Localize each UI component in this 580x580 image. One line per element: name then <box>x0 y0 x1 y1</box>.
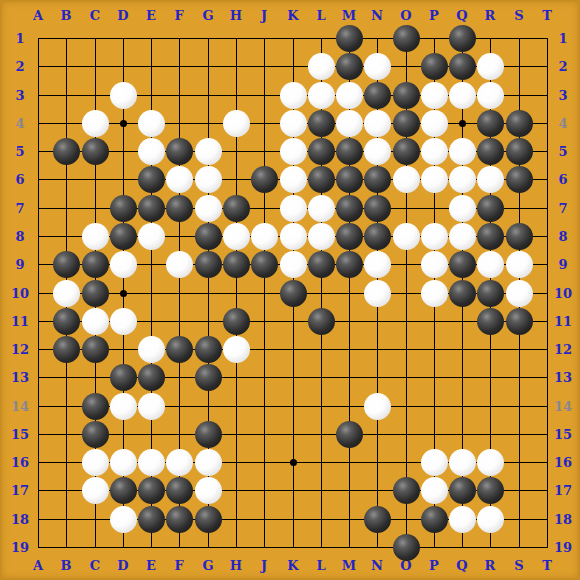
white-stone-E12[interactable] <box>138 336 165 363</box>
white-stone-E16[interactable] <box>138 449 165 476</box>
white-stone-Q6[interactable] <box>449 166 476 193</box>
white-stone-K6[interactable] <box>280 166 307 193</box>
black-stone-C10[interactable] <box>82 280 109 307</box>
row-label-left-4: 4 <box>15 116 24 131</box>
white-stone-Q7[interactable] <box>449 195 476 222</box>
black-stone-D8[interactable] <box>110 223 137 250</box>
white-stone-C4[interactable] <box>82 110 109 137</box>
go-board-window: ABCDEFGHJKLMNOPQRST ABCDEFGHJKLMNOPQRST … <box>0 0 580 580</box>
col-label-bottom-P: P <box>429 558 439 573</box>
col-label-top-R: R <box>485 8 496 23</box>
black-stone-R8[interactable] <box>477 223 504 250</box>
black-stone-R17[interactable] <box>477 477 504 504</box>
row-label-right-6: 6 <box>558 172 567 187</box>
black-stone-R11[interactable] <box>477 308 504 335</box>
black-stone-R4[interactable] <box>477 110 504 137</box>
white-stone-Q18[interactable] <box>449 506 476 533</box>
white-stone-R3[interactable] <box>477 82 504 109</box>
black-stone-B5[interactable] <box>53 138 80 165</box>
white-stone-G6[interactable] <box>195 166 222 193</box>
col-label-top-B: B <box>61 8 72 23</box>
white-stone-D9[interactable] <box>110 251 137 278</box>
black-stone-Q17[interactable] <box>449 477 476 504</box>
col-label-top-D: D <box>117 8 128 23</box>
white-stone-F16[interactable] <box>166 449 193 476</box>
white-stone-H4[interactable] <box>223 110 250 137</box>
white-stone-K3[interactable] <box>280 82 307 109</box>
black-stone-L4[interactable] <box>308 110 335 137</box>
black-stone-Q1[interactable] <box>449 25 476 52</box>
row-label-left-17: 17 <box>11 483 29 498</box>
col-label-bottom-C: C <box>90 558 100 573</box>
row-label-right-14: 14 <box>554 399 572 414</box>
row-label-right-17: 17 <box>554 483 572 498</box>
grid-line-horizontal <box>38 349 548 350</box>
black-stone-E18[interactable] <box>138 506 165 533</box>
row-label-right-12: 12 <box>554 342 572 357</box>
white-stone-H12[interactable] <box>223 336 250 363</box>
black-stone-L9[interactable] <box>308 251 335 278</box>
black-stone-F17[interactable] <box>166 477 193 504</box>
white-stone-D3[interactable] <box>110 82 137 109</box>
white-stone-B10[interactable] <box>53 280 80 307</box>
black-stone-O5[interactable] <box>393 138 420 165</box>
row-label-left-6: 6 <box>15 172 24 187</box>
white-stone-C11[interactable] <box>82 308 109 335</box>
black-stone-E7[interactable] <box>138 195 165 222</box>
black-stone-E17[interactable] <box>138 477 165 504</box>
black-stone-L6[interactable] <box>308 166 335 193</box>
row-label-right-13: 13 <box>554 370 572 385</box>
white-stone-E8[interactable] <box>138 223 165 250</box>
row-label-left-7: 7 <box>15 201 24 216</box>
black-stone-F7[interactable] <box>166 195 193 222</box>
row-label-left-3: 3 <box>15 88 24 103</box>
col-label-bottom-T: T <box>542 558 552 573</box>
black-stone-B11[interactable] <box>53 308 80 335</box>
black-stone-O3[interactable] <box>393 82 420 109</box>
black-stone-M9[interactable] <box>336 251 363 278</box>
white-stone-Q8[interactable] <box>449 223 476 250</box>
col-label-bottom-E: E <box>146 558 156 573</box>
row-label-left-12: 12 <box>11 342 29 357</box>
white-stone-L2[interactable] <box>308 53 335 80</box>
row-label-right-16: 16 <box>554 455 572 470</box>
black-stone-G12[interactable] <box>195 336 222 363</box>
white-stone-L8[interactable] <box>308 223 335 250</box>
white-stone-P4[interactable] <box>421 110 448 137</box>
white-stone-N2[interactable] <box>364 53 391 80</box>
black-stone-E13[interactable] <box>138 364 165 391</box>
white-stone-L3[interactable] <box>308 82 335 109</box>
col-label-bottom-K: K <box>287 558 298 573</box>
white-stone-P6[interactable] <box>421 166 448 193</box>
white-stone-N10[interactable] <box>364 280 391 307</box>
white-stone-N5[interactable] <box>364 138 391 165</box>
black-stone-M6[interactable] <box>336 166 363 193</box>
black-stone-H7[interactable] <box>223 195 250 222</box>
black-stone-Q10[interactable] <box>449 280 476 307</box>
row-label-left-18: 18 <box>11 512 29 527</box>
row-label-left-5: 5 <box>15 144 24 159</box>
row-label-right-4: 4 <box>558 116 567 131</box>
black-stone-L11[interactable] <box>308 308 335 335</box>
black-stone-O19[interactable] <box>393 534 420 561</box>
col-label-bottom-H: H <box>230 558 242 573</box>
black-stone-C5[interactable] <box>82 138 109 165</box>
black-stone-R10[interactable] <box>477 280 504 307</box>
white-stone-M3[interactable] <box>336 82 363 109</box>
white-stone-K8[interactable] <box>280 223 307 250</box>
row-label-right-15: 15 <box>554 427 572 442</box>
white-stone-N4[interactable] <box>364 110 391 137</box>
white-stone-D11[interactable] <box>110 308 137 335</box>
col-label-bottom-M: M <box>342 558 356 573</box>
row-label-right-1: 1 <box>558 31 567 46</box>
col-label-bottom-Q: Q <box>456 558 467 573</box>
star-point-Q4 <box>459 120 466 127</box>
col-label-bottom-B: B <box>61 558 72 573</box>
black-stone-R5[interactable] <box>477 138 504 165</box>
col-label-top-C: C <box>90 8 100 23</box>
white-stone-E4[interactable] <box>138 110 165 137</box>
col-label-top-F: F <box>174 8 183 23</box>
col-label-top-L: L <box>316 8 325 23</box>
row-label-left-10: 10 <box>11 286 29 301</box>
black-stone-J6[interactable] <box>251 166 278 193</box>
white-stone-C16[interactable] <box>82 449 109 476</box>
black-stone-O17[interactable] <box>393 477 420 504</box>
black-stone-B12[interactable] <box>53 336 80 363</box>
white-stone-F9[interactable] <box>166 251 193 278</box>
white-stone-F6[interactable] <box>166 166 193 193</box>
black-stone-N3[interactable] <box>364 82 391 109</box>
black-stone-S8[interactable] <box>506 223 533 250</box>
black-stone-D13[interactable] <box>110 364 137 391</box>
black-stone-F18[interactable] <box>166 506 193 533</box>
col-label-bottom-A: A <box>33 558 43 573</box>
white-stone-Q16[interactable] <box>449 449 476 476</box>
row-label-right-8: 8 <box>558 229 567 244</box>
black-stone-M5[interactable] <box>336 138 363 165</box>
white-stone-N9[interactable] <box>364 251 391 278</box>
white-stone-J8[interactable] <box>251 223 278 250</box>
white-stone-P16[interactable] <box>421 449 448 476</box>
row-label-right-10: 10 <box>554 286 572 301</box>
row-label-left-16: 16 <box>11 455 29 470</box>
black-stone-G15[interactable] <box>195 421 222 448</box>
col-label-bottom-R: R <box>485 558 496 573</box>
row-label-right-2: 2 <box>558 59 567 74</box>
black-stone-H9[interactable] <box>223 251 250 278</box>
row-label-left-9: 9 <box>15 257 24 272</box>
row-label-left-8: 8 <box>15 229 24 244</box>
row-label-left-15: 15 <box>11 427 29 442</box>
white-stone-N14[interactable] <box>364 393 391 420</box>
black-stone-M15[interactable] <box>336 421 363 448</box>
grid-line-vertical <box>547 38 548 548</box>
black-stone-M8[interactable] <box>336 223 363 250</box>
white-stone-D16[interactable] <box>110 449 137 476</box>
white-stone-R6[interactable] <box>477 166 504 193</box>
black-stone-D17[interactable] <box>110 477 137 504</box>
grid-line-horizontal <box>38 434 548 435</box>
col-label-top-K: K <box>287 8 298 23</box>
white-stone-G16[interactable] <box>195 449 222 476</box>
col-label-bottom-N: N <box>371 558 383 573</box>
black-stone-S11[interactable] <box>506 308 533 335</box>
row-label-left-1: 1 <box>15 31 24 46</box>
black-stone-C12[interactable] <box>82 336 109 363</box>
black-stone-L5[interactable] <box>308 138 335 165</box>
black-stone-G18[interactable] <box>195 506 222 533</box>
black-stone-Q9[interactable] <box>449 251 476 278</box>
white-stone-O8[interactable] <box>393 223 420 250</box>
white-stone-D14[interactable] <box>110 393 137 420</box>
white-stone-K5[interactable] <box>280 138 307 165</box>
black-stone-F5[interactable] <box>166 138 193 165</box>
white-stone-P3[interactable] <box>421 82 448 109</box>
col-label-top-N: N <box>371 8 383 23</box>
white-stone-R16[interactable] <box>477 449 504 476</box>
white-stone-G5[interactable] <box>195 138 222 165</box>
white-stone-P10[interactable] <box>421 280 448 307</box>
col-label-top-M: M <box>342 8 356 23</box>
black-stone-M7[interactable] <box>336 195 363 222</box>
col-label-top-H: H <box>230 8 242 23</box>
white-stone-R18[interactable] <box>477 506 504 533</box>
black-stone-S4[interactable] <box>506 110 533 137</box>
black-stone-P18[interactable] <box>421 506 448 533</box>
black-stone-S5[interactable] <box>506 138 533 165</box>
black-stone-N8[interactable] <box>364 223 391 250</box>
col-label-top-A: A <box>33 8 43 23</box>
black-stone-E6[interactable] <box>138 166 165 193</box>
row-label-left-2: 2 <box>15 59 24 74</box>
col-label-bottom-S: S <box>514 558 523 573</box>
star-point-D4 <box>120 120 127 127</box>
white-stone-K7[interactable] <box>280 195 307 222</box>
row-label-left-13: 13 <box>11 370 29 385</box>
black-stone-M1[interactable] <box>336 25 363 52</box>
black-stone-C15[interactable] <box>82 421 109 448</box>
black-stone-Q2[interactable] <box>449 53 476 80</box>
row-label-right-11: 11 <box>554 314 572 329</box>
white-stone-P8[interactable] <box>421 223 448 250</box>
row-label-right-9: 9 <box>558 257 567 272</box>
col-label-bottom-D: D <box>117 558 128 573</box>
col-label-top-P: P <box>429 8 439 23</box>
grid-line-horizontal <box>38 547 548 548</box>
black-stone-G9[interactable] <box>195 251 222 278</box>
col-label-top-J: J <box>261 8 267 23</box>
black-stone-N6[interactable] <box>364 166 391 193</box>
row-label-left-11: 11 <box>11 314 29 329</box>
white-stone-G17[interactable] <box>195 477 222 504</box>
white-stone-G7[interactable] <box>195 195 222 222</box>
col-label-bottom-G: G <box>202 558 213 573</box>
white-stone-O6[interactable] <box>393 166 420 193</box>
black-stone-S6[interactable] <box>506 166 533 193</box>
black-stone-O1[interactable] <box>393 25 420 52</box>
black-stone-C9[interactable] <box>82 251 109 278</box>
black-stone-R7[interactable] <box>477 195 504 222</box>
row-label-left-19: 19 <box>11 540 29 555</box>
col-label-bottom-J: J <box>261 558 267 573</box>
star-point-D10 <box>120 290 127 297</box>
black-stone-K10[interactable] <box>280 280 307 307</box>
white-stone-C8[interactable] <box>82 223 109 250</box>
col-label-bottom-L: L <box>316 558 325 573</box>
black-stone-H11[interactable] <box>223 308 250 335</box>
white-stone-S10[interactable] <box>506 280 533 307</box>
white-stone-E5[interactable] <box>138 138 165 165</box>
star-point-K16 <box>290 459 297 466</box>
black-stone-C14[interactable] <box>82 393 109 420</box>
white-stone-C17[interactable] <box>82 477 109 504</box>
white-stone-R9[interactable] <box>477 251 504 278</box>
black-stone-M2[interactable] <box>336 53 363 80</box>
row-label-right-3: 3 <box>558 88 567 103</box>
col-label-top-S: S <box>514 8 523 23</box>
col-label-top-T: T <box>542 8 552 23</box>
white-stone-M4[interactable] <box>336 110 363 137</box>
white-stone-E14[interactable] <box>138 393 165 420</box>
col-label-top-Q: Q <box>456 8 467 23</box>
black-stone-G8[interactable] <box>195 223 222 250</box>
white-stone-R2[interactable] <box>477 53 504 80</box>
black-stone-D7[interactable] <box>110 195 137 222</box>
black-stone-B9[interactable] <box>53 251 80 278</box>
black-stone-O4[interactable] <box>393 110 420 137</box>
black-stone-P2[interactable] <box>421 53 448 80</box>
white-stone-S9[interactable] <box>506 251 533 278</box>
black-stone-N18[interactable] <box>364 506 391 533</box>
white-stone-Q5[interactable] <box>449 138 476 165</box>
row-label-left-14: 14 <box>11 399 29 414</box>
white-stone-H8[interactable] <box>223 223 250 250</box>
col-label-top-E: E <box>146 8 156 23</box>
row-label-right-5: 5 <box>558 144 567 159</box>
white-stone-K4[interactable] <box>280 110 307 137</box>
row-label-right-7: 7 <box>558 201 567 216</box>
col-label-top-G: G <box>202 8 213 23</box>
col-label-bottom-F: F <box>174 558 183 573</box>
white-stone-P9[interactable] <box>421 251 448 278</box>
black-stone-G13[interactable] <box>195 364 222 391</box>
white-stone-K9[interactable] <box>280 251 307 278</box>
row-label-right-19: 19 <box>554 540 572 555</box>
black-stone-N7[interactable] <box>364 195 391 222</box>
white-stone-D18[interactable] <box>110 506 137 533</box>
white-stone-Q3[interactable] <box>449 82 476 109</box>
white-stone-P5[interactable] <box>421 138 448 165</box>
white-stone-L7[interactable] <box>308 195 335 222</box>
row-label-right-18: 18 <box>554 512 572 527</box>
black-stone-F12[interactable] <box>166 336 193 363</box>
col-label-top-O: O <box>400 8 411 23</box>
black-stone-J9[interactable] <box>251 251 278 278</box>
white-stone-P17[interactable] <box>421 477 448 504</box>
